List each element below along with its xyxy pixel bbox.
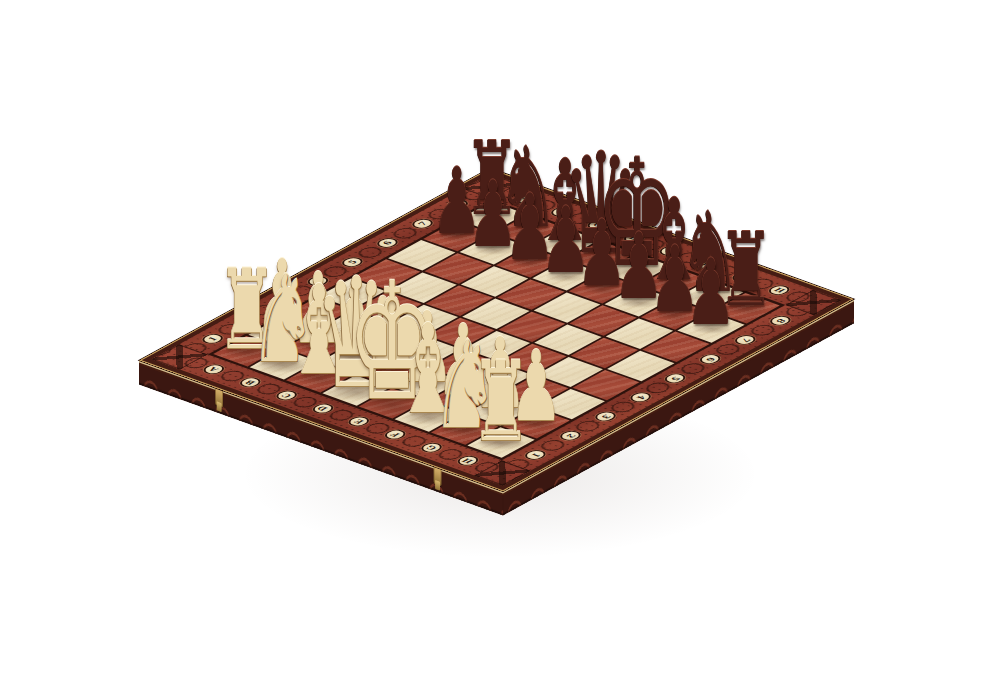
coord-rank-6-right: 6 bbox=[699, 354, 722, 365]
coordinate-label: 4 bbox=[634, 395, 647, 401]
coordinate-label: 6 bbox=[704, 356, 717, 362]
coord-rank-5-right: 5 bbox=[664, 373, 687, 384]
piece-black-pawn-h7: ♟ bbox=[686, 248, 737, 339]
coordinate-label: 3 bbox=[599, 414, 612, 420]
coord-rank-3-right: 3 bbox=[594, 411, 617, 422]
coordinate-label: 2 bbox=[564, 433, 577, 439]
coordinate-label: 7 bbox=[416, 221, 429, 227]
coord-rank-4-right: 4 bbox=[629, 392, 652, 403]
product-photo-stage: ABCDEFGH ABCDEFGH 87654321 87654321 ♜♞♝♛… bbox=[0, 0, 1000, 700]
coordinate-label: 7 bbox=[739, 337, 752, 343]
coordinate-label: 5 bbox=[669, 375, 682, 381]
piece-white-rook-h1: ♜ bbox=[470, 346, 531, 457]
coordinate-label: 8 bbox=[774, 318, 787, 324]
coord-rank-7-right: 7 bbox=[734, 335, 757, 346]
